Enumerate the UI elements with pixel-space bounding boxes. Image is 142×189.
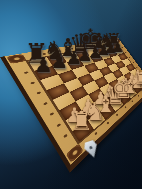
- frame-ornament-dot: [36, 91, 41, 94]
- frame-ornament-dot: [56, 123, 61, 127]
- frame-ornament-dot: [132, 62, 134, 63]
- frame-ornament-dot: [63, 134, 68, 138]
- frame-ornament-dot: [24, 71, 29, 74]
- frame-ornament-dot: [43, 102, 48, 106]
- piece-black-p[interactable]: ♟: [112, 40, 125, 54]
- frame-ornament-dot: [106, 122, 109, 125]
- piece-white-r[interactable]: ♜: [134, 71, 142, 87]
- frame-ornament-dot: [30, 81, 35, 84]
- frame-ornament-dot: [116, 113, 119, 116]
- frame-ornament-dot: [129, 57, 131, 58]
- frame-ornament-dot: [50, 112, 55, 116]
- frame-ornament: [66, 143, 84, 163]
- frame-ornament-dot: [125, 52, 127, 53]
- frame-ornament-dot: [94, 132, 97, 136]
- photo-scene: ♜♞♝♛♚♝♞♜♟♟♟♟♟♟♟♟♟♟♟♟♟♟♟♟♜♞♝♛♚♝♞♜: [0, 0, 142, 189]
